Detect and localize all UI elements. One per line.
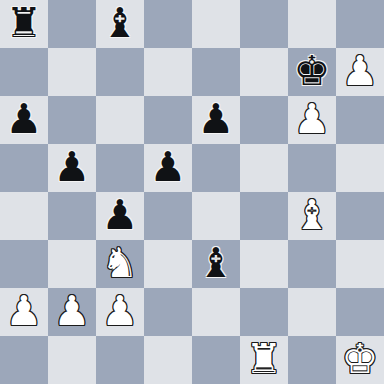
piece-white-bishop[interactable]: ♝ bbox=[294, 191, 331, 239]
square-a6[interactable]: ♟ bbox=[0, 96, 48, 144]
piece-black-pawn[interactable]: ♟ bbox=[150, 143, 187, 191]
piece-black-pawn[interactable]: ♟ bbox=[6, 95, 43, 143]
square-h8[interactable] bbox=[336, 0, 384, 48]
piece-white-pawn[interactable]: ♟ bbox=[342, 47, 379, 95]
square-f3[interactable] bbox=[240, 240, 288, 288]
square-g6[interactable]: ♟ bbox=[288, 96, 336, 144]
piece-white-knight[interactable]: ♞ bbox=[102, 239, 139, 287]
square-a1[interactable] bbox=[0, 336, 48, 384]
square-d7[interactable] bbox=[144, 48, 192, 96]
square-a7[interactable] bbox=[0, 48, 48, 96]
square-a2[interactable]: ♟ bbox=[0, 288, 48, 336]
square-b6[interactable] bbox=[48, 96, 96, 144]
square-e3[interactable]: ♝ bbox=[192, 240, 240, 288]
piece-white-king[interactable]: ♚ bbox=[342, 335, 379, 383]
square-b1[interactable] bbox=[48, 336, 96, 384]
piece-black-bishop[interactable]: ♝ bbox=[198, 239, 235, 287]
piece-white-pawn[interactable]: ♟ bbox=[54, 287, 91, 335]
square-g8[interactable] bbox=[288, 0, 336, 48]
square-a5[interactable] bbox=[0, 144, 48, 192]
piece-black-pawn[interactable]: ♟ bbox=[102, 191, 139, 239]
square-f7[interactable] bbox=[240, 48, 288, 96]
piece-black-pawn[interactable]: ♟ bbox=[54, 143, 91, 191]
square-c5[interactable] bbox=[96, 144, 144, 192]
square-h3[interactable] bbox=[336, 240, 384, 288]
square-d3[interactable] bbox=[144, 240, 192, 288]
piece-white-rook[interactable]: ♜ bbox=[246, 335, 283, 383]
square-e8[interactable] bbox=[192, 0, 240, 48]
square-c8[interactable]: ♝ bbox=[96, 0, 144, 48]
square-b4[interactable] bbox=[48, 192, 96, 240]
square-e6[interactable]: ♟ bbox=[192, 96, 240, 144]
piece-black-bishop[interactable]: ♝ bbox=[102, 0, 139, 47]
square-c7[interactable] bbox=[96, 48, 144, 96]
square-h7[interactable]: ♟ bbox=[336, 48, 384, 96]
square-h6[interactable] bbox=[336, 96, 384, 144]
square-f6[interactable] bbox=[240, 96, 288, 144]
square-a8[interactable]: ♜ bbox=[0, 0, 48, 48]
square-g1[interactable] bbox=[288, 336, 336, 384]
square-e1[interactable] bbox=[192, 336, 240, 384]
square-c6[interactable] bbox=[96, 96, 144, 144]
square-h1[interactable]: ♚ bbox=[336, 336, 384, 384]
square-g3[interactable] bbox=[288, 240, 336, 288]
square-g4[interactable]: ♝ bbox=[288, 192, 336, 240]
square-b3[interactable] bbox=[48, 240, 96, 288]
square-g2[interactable] bbox=[288, 288, 336, 336]
square-a3[interactable] bbox=[0, 240, 48, 288]
square-c4[interactable]: ♟ bbox=[96, 192, 144, 240]
square-g5[interactable] bbox=[288, 144, 336, 192]
square-d1[interactable] bbox=[144, 336, 192, 384]
square-e2[interactable] bbox=[192, 288, 240, 336]
square-f8[interactable] bbox=[240, 0, 288, 48]
square-d4[interactable] bbox=[144, 192, 192, 240]
piece-white-pawn[interactable]: ♟ bbox=[102, 287, 139, 335]
square-d2[interactable] bbox=[144, 288, 192, 336]
square-b5[interactable]: ♟ bbox=[48, 144, 96, 192]
square-f5[interactable] bbox=[240, 144, 288, 192]
square-h4[interactable] bbox=[336, 192, 384, 240]
square-f1[interactable]: ♜ bbox=[240, 336, 288, 384]
square-d6[interactable] bbox=[144, 96, 192, 144]
square-c2[interactable]: ♟ bbox=[96, 288, 144, 336]
square-h2[interactable] bbox=[336, 288, 384, 336]
chess-board: ♜♝♚♟♟♟♟♟♟♟♝♞♝♟♟♟♜♚ bbox=[0, 0, 384, 384]
piece-black-king[interactable]: ♚ bbox=[294, 47, 331, 95]
square-a4[interactable] bbox=[0, 192, 48, 240]
square-c1[interactable] bbox=[96, 336, 144, 384]
square-g7[interactable]: ♚ bbox=[288, 48, 336, 96]
square-b2[interactable]: ♟ bbox=[48, 288, 96, 336]
square-d5[interactable]: ♟ bbox=[144, 144, 192, 192]
square-e5[interactable] bbox=[192, 144, 240, 192]
square-b8[interactable] bbox=[48, 0, 96, 48]
square-c3[interactable]: ♞ bbox=[96, 240, 144, 288]
piece-black-pawn[interactable]: ♟ bbox=[198, 95, 235, 143]
square-h5[interactable] bbox=[336, 144, 384, 192]
square-b7[interactable] bbox=[48, 48, 96, 96]
piece-black-rook[interactable]: ♜ bbox=[6, 0, 43, 47]
square-e7[interactable] bbox=[192, 48, 240, 96]
square-e4[interactable] bbox=[192, 192, 240, 240]
square-f4[interactable] bbox=[240, 192, 288, 240]
square-d8[interactable] bbox=[144, 0, 192, 48]
square-f2[interactable] bbox=[240, 288, 288, 336]
piece-white-pawn[interactable]: ♟ bbox=[294, 95, 331, 143]
piece-white-pawn[interactable]: ♟ bbox=[6, 287, 43, 335]
